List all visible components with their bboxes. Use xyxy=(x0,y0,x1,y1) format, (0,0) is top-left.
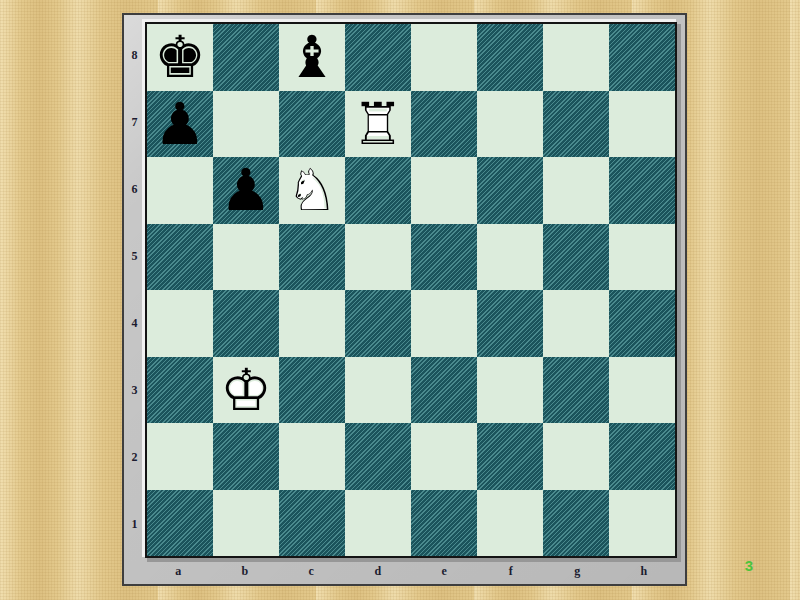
square-d1 xyxy=(345,490,411,557)
square-e1 xyxy=(411,490,477,557)
square-f7 xyxy=(477,91,543,158)
square-g7 xyxy=(543,91,609,158)
rank-label-6: 6 xyxy=(124,156,145,223)
square-b7 xyxy=(213,91,279,158)
square-a4 xyxy=(147,290,213,357)
square-d8 xyxy=(345,24,411,91)
square-g8 xyxy=(543,24,609,91)
black-bishop: ♝ xyxy=(279,24,345,91)
square-a6 xyxy=(147,157,213,224)
square-a8: ♚ xyxy=(147,24,213,91)
square-a3 xyxy=(147,357,213,424)
square-h5 xyxy=(609,224,675,291)
square-b1 xyxy=(213,490,279,557)
square-h6 xyxy=(609,157,675,224)
file-label-e: e xyxy=(411,558,478,584)
square-d3 xyxy=(345,357,411,424)
square-b3: ♚♔ xyxy=(213,357,279,424)
rank-labels: 87654321 xyxy=(124,22,145,558)
square-f5 xyxy=(477,224,543,291)
file-labels: abcdefgh xyxy=(145,558,677,584)
square-h3 xyxy=(609,357,675,424)
file-label-a: a xyxy=(145,558,212,584)
square-b6: ♟ xyxy=(213,157,279,224)
square-e2 xyxy=(411,423,477,490)
rank-label-2: 2 xyxy=(124,424,145,491)
square-b4 xyxy=(213,290,279,357)
square-g5 xyxy=(543,224,609,291)
file-label-d: d xyxy=(345,558,412,584)
file-label-c: c xyxy=(278,558,345,584)
black-pawn: ♟ xyxy=(147,91,213,158)
square-h4 xyxy=(609,290,675,357)
square-a5 xyxy=(147,224,213,291)
square-h2 xyxy=(609,423,675,490)
slide-page-number: 3 xyxy=(740,557,758,574)
square-g6 xyxy=(543,157,609,224)
rank-label-7: 7 xyxy=(124,89,145,156)
rank-label-4: 4 xyxy=(124,290,145,357)
square-c4 xyxy=(279,290,345,357)
square-a2 xyxy=(147,423,213,490)
rank-label-3: 3 xyxy=(124,357,145,424)
square-d4 xyxy=(345,290,411,357)
square-f6 xyxy=(477,157,543,224)
square-e5 xyxy=(411,224,477,291)
square-h7 xyxy=(609,91,675,158)
square-f4 xyxy=(477,290,543,357)
square-g3 xyxy=(543,357,609,424)
square-f8 xyxy=(477,24,543,91)
square-a1 xyxy=(147,490,213,557)
square-e4 xyxy=(411,290,477,357)
square-d5 xyxy=(345,224,411,291)
square-h1 xyxy=(609,490,675,557)
square-f2 xyxy=(477,423,543,490)
white-king: ♚♔ xyxy=(213,357,279,424)
slide-background: { "game": "chess", "slide": { "page_numb… xyxy=(0,0,800,600)
rank-label-8: 8 xyxy=(124,22,145,89)
square-c6: ♞♘ xyxy=(279,157,345,224)
square-e3 xyxy=(411,357,477,424)
white-rook: ♜♖ xyxy=(345,91,411,158)
square-f1 xyxy=(477,490,543,557)
square-d7: ♜♖ xyxy=(345,91,411,158)
file-label-h: h xyxy=(611,558,678,584)
square-g4 xyxy=(543,290,609,357)
rank-label-1: 1 xyxy=(124,491,145,558)
black-pawn: ♟ xyxy=(213,157,279,224)
square-g2 xyxy=(543,423,609,490)
square-b5 xyxy=(213,224,279,291)
black-king: ♚ xyxy=(147,24,213,91)
square-d6 xyxy=(345,157,411,224)
file-label-g: g xyxy=(544,558,611,584)
file-label-b: b xyxy=(212,558,279,584)
file-label-f: f xyxy=(478,558,545,584)
square-f3 xyxy=(477,357,543,424)
square-d2 xyxy=(345,423,411,490)
square-c7 xyxy=(279,91,345,158)
square-b2 xyxy=(213,423,279,490)
square-c1 xyxy=(279,490,345,557)
rank-label-5: 5 xyxy=(124,223,145,290)
white-knight: ♞♘ xyxy=(279,157,345,224)
square-e6 xyxy=(411,157,477,224)
square-e8 xyxy=(411,24,477,91)
square-g1 xyxy=(543,490,609,557)
square-e7 xyxy=(411,91,477,158)
square-c2 xyxy=(279,423,345,490)
chessboard: ♚♝♟♜♖♟♞♘♚♔ xyxy=(145,22,677,558)
square-a7: ♟ xyxy=(147,91,213,158)
chessboard-frame: 87654321 ♚♝♟♜♖♟♞♘♚♔ abcdefgh xyxy=(122,13,687,586)
square-c8: ♝ xyxy=(279,24,345,91)
square-c5 xyxy=(279,224,345,291)
square-h8 xyxy=(609,24,675,91)
square-c3 xyxy=(279,357,345,424)
square-b8 xyxy=(213,24,279,91)
